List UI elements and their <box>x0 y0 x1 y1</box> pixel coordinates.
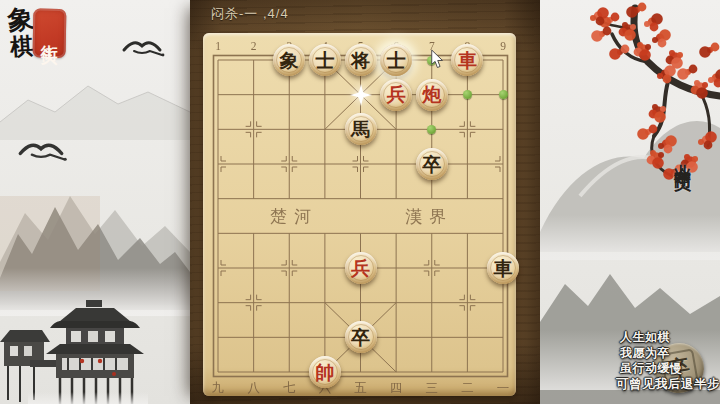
brand-char-qi: 棋 <box>9 34 34 59</box>
svg-text:9: 9 <box>500 40 506 52</box>
svg-text:楚河: 楚河 <box>270 207 318 226</box>
poem-line: 我愿为卒 <box>620 346 720 362</box>
svg-text:五: 五 <box>354 381 367 395</box>
last-move-origin-sparkle <box>350 84 372 106</box>
svg-text:7: 7 <box>429 40 435 52</box>
brand-seal-stamp: 街头 <box>33 8 67 58</box>
poem-line: 人生如棋 <box>620 330 720 346</box>
svg-text:九: 九 <box>212 381 225 395</box>
right-art-panel: 业余守門员 卒 人生如棋我愿为卒虽行动缓慢可曾见我后退半步 <box>540 0 720 404</box>
svg-text:八: 八 <box>247 381 260 395</box>
svg-text:四: 四 <box>390 381 403 395</box>
xiangqi-piece-black[interactable]: 車 <box>487 252 519 284</box>
poem: 人生如棋我愿为卒虽行动缓慢可曾见我后退半步 <box>620 330 720 392</box>
xiangqi-piece-black[interactable]: 卒 <box>416 148 448 180</box>
xiangqi-piece-black[interactable]: 将 <box>345 44 377 76</box>
player-name: 业余守門员 <box>671 150 694 260</box>
move-hint-dot[interactable] <box>427 56 436 65</box>
move-hint-dot[interactable] <box>463 90 472 99</box>
svg-text:漢界: 漢界 <box>405 207 453 226</box>
xiangqi-piece-black[interactable]: 象 <box>273 44 305 76</box>
poem-line: 虽行动缓慢 <box>620 361 720 377</box>
brand-char-xiang: 象 <box>6 6 35 35</box>
brand-logo: 象 棋 街头 <box>5 3 68 66</box>
move-hint-dot[interactable] <box>499 90 508 99</box>
svg-text:三: 三 <box>426 381 439 395</box>
xiangqi-piece-black[interactable]: 士 <box>380 44 412 76</box>
poem-line: 可曾见我后退半步 <box>616 377 720 393</box>
svg-text:二: 二 <box>461 381 474 395</box>
svg-text:七: 七 <box>283 381 296 395</box>
app-screen: 象 棋 街头 闷杀-一 ,4/4 123456789九八七六五四三二一楚河漢界 … <box>0 0 720 404</box>
xiangqi-piece-black[interactable]: 卒 <box>345 321 377 353</box>
xiangqi-piece-red[interactable]: 帥 <box>309 356 341 388</box>
xiangqi-piece-red[interactable]: 炮 <box>416 79 448 111</box>
xiangqi-piece-black[interactable]: 士 <box>309 44 341 76</box>
xiangqi-board[interactable]: 123456789九八七六五四三二一楚河漢界 象士将士車兵炮馬卒兵車卒帥 <box>203 33 516 396</box>
svg-text:一: 一 <box>497 381 510 395</box>
svg-text:2: 2 <box>251 40 257 52</box>
far-mountain <box>0 86 190 140</box>
svg-text:1: 1 <box>215 40 221 52</box>
puzzle-title: 闷杀-一 ,4/4 <box>211 5 289 23</box>
xiangqi-piece-black[interactable]: 馬 <box>345 113 377 145</box>
xiangqi-piece-red[interactable]: 兵 <box>345 252 377 284</box>
crane-icon <box>20 145 66 161</box>
left-art-panel: 象 棋 街头 <box>0 0 190 404</box>
crane-icon <box>124 43 164 57</box>
xiangqi-piece-red[interactable]: 兵 <box>380 79 412 111</box>
